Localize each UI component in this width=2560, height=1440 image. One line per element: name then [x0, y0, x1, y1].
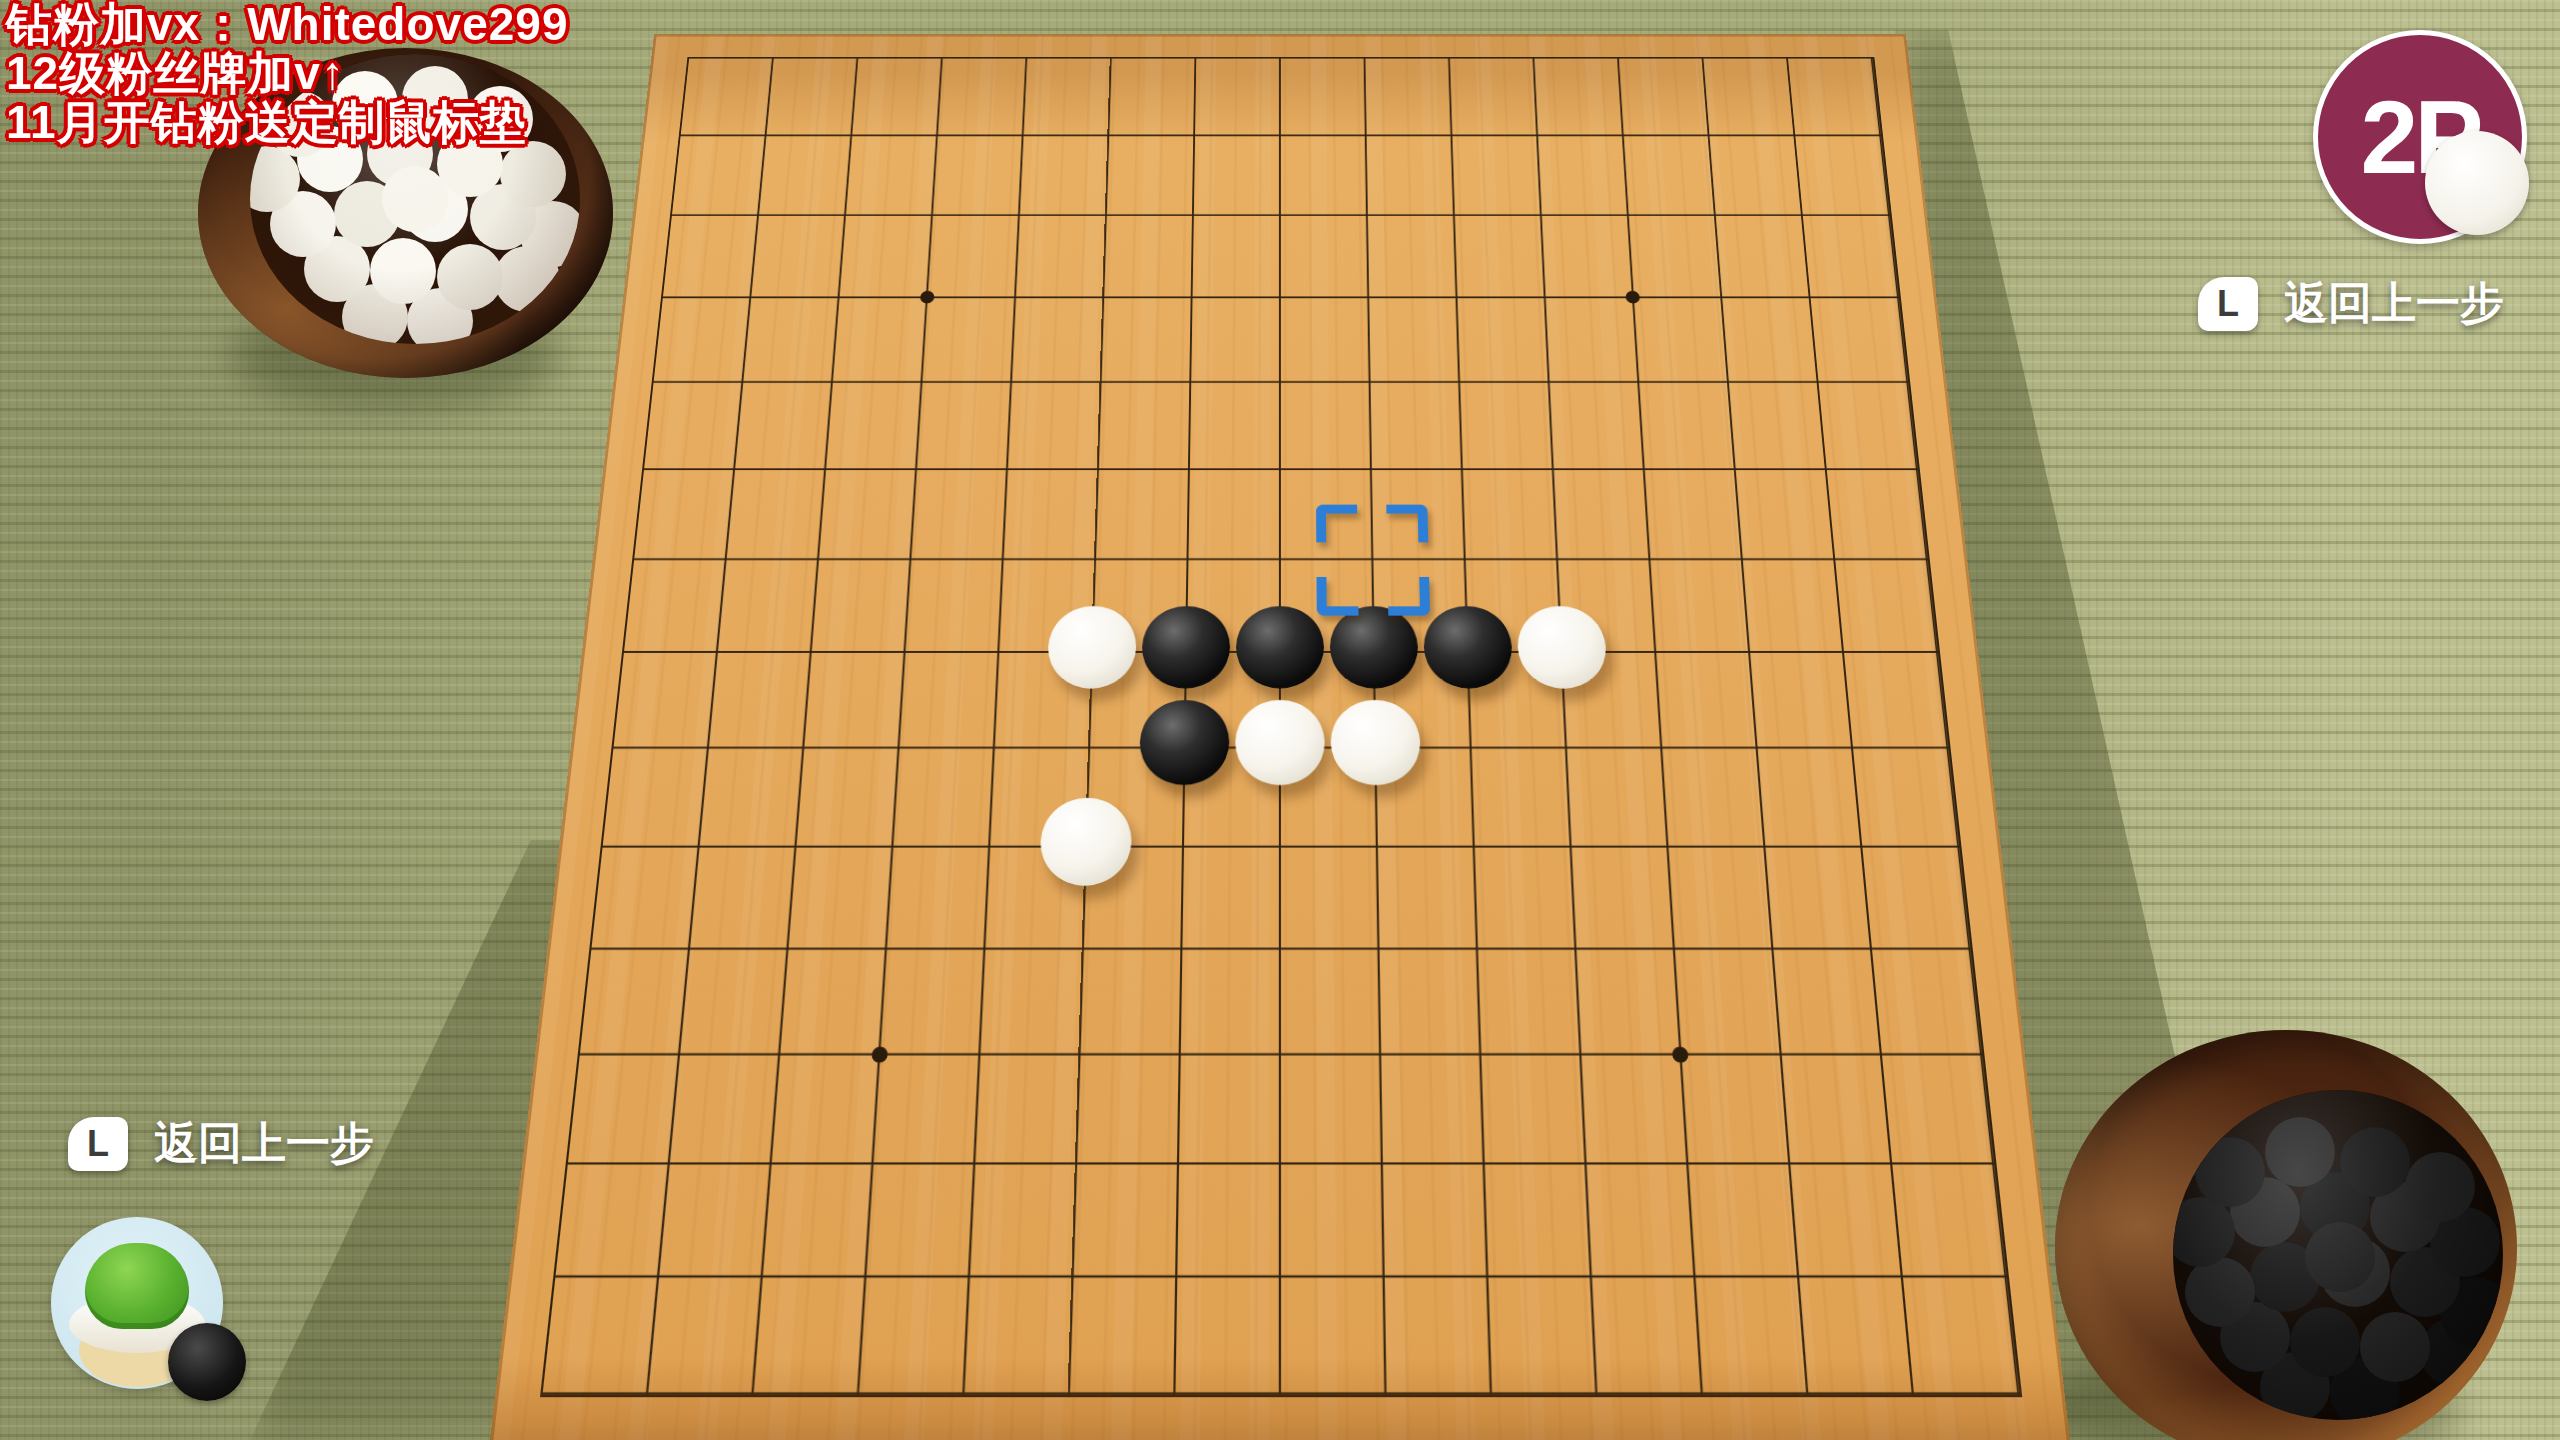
black-stone — [1141, 606, 1230, 688]
star-point — [1672, 1046, 1689, 1062]
white-stone — [1330, 700, 1421, 785]
watermark-line-3: 11月开钻粉送定制鼠标垫 — [6, 98, 568, 147]
black-stone-bowl — [2055, 1030, 2517, 1440]
white-stone — [1516, 606, 1608, 688]
player2-white-stone-icon — [2425, 131, 2529, 235]
white-stone — [1039, 798, 1133, 886]
black-stone-heap — [2173, 1090, 2503, 1420]
player1-black-stone-icon — [168, 1323, 246, 1401]
l-button[interactable]: L — [2198, 277, 2258, 331]
star-point — [919, 291, 934, 303]
black-stone — [1423, 606, 1514, 688]
undo-hint-right: L 返回上一步 — [2198, 274, 2504, 333]
goban-board — [487, 34, 2073, 1440]
white-stone — [1047, 606, 1138, 688]
watermark-line-2: 12级粉丝牌加v↑ — [6, 49, 568, 98]
turtle-shell-icon — [85, 1243, 189, 1329]
black-stone — [1329, 606, 1418, 688]
black-stone — [1139, 700, 1230, 785]
undo-label: 返回上一步 — [154, 1114, 374, 1173]
undo-hint-bottom-left: L 返回上一步 — [68, 1114, 374, 1173]
undo-label: 返回上一步 — [2284, 274, 2504, 333]
grid[interactable] — [540, 57, 2022, 1397]
watermark-text: 钻粉加vx：Whitedove299 12级粉丝牌加v↑ 11月开钻粉送定制鼠标… — [6, 0, 568, 147]
l-button[interactable]: L — [68, 1117, 128, 1171]
star-point — [1626, 291, 1641, 303]
star-point — [871, 1046, 888, 1062]
white-stone — [1235, 700, 1325, 785]
black-stone — [1236, 606, 1325, 688]
placement-cursor[interactable] — [1316, 504, 1430, 615]
player2-badge: 2P — [2313, 30, 2527, 244]
watermark-line-1: 钻粉加vx：Whitedove299 — [6, 0, 568, 49]
